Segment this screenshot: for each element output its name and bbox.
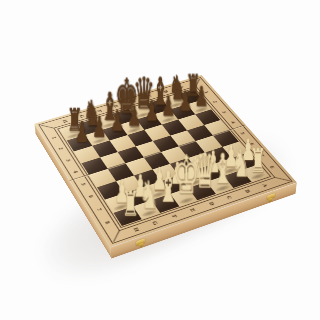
light-knight-glyph: ♞ [232,146,250,183]
brass-clasp [136,238,145,246]
product-photo-scene: HH11GG22FF33EE44DD55CC66BB77AA88 ♜♞♝♚♛♝♞… [0,0,320,320]
light-knight-glyph: ♞ [140,176,159,215]
light-bishop-glyph: ♝ [158,165,179,208]
light-rook-glyph: ♜ [250,144,266,177]
brass-clasp [266,193,275,200]
light-rook-glyph: ♜ [122,186,139,221]
